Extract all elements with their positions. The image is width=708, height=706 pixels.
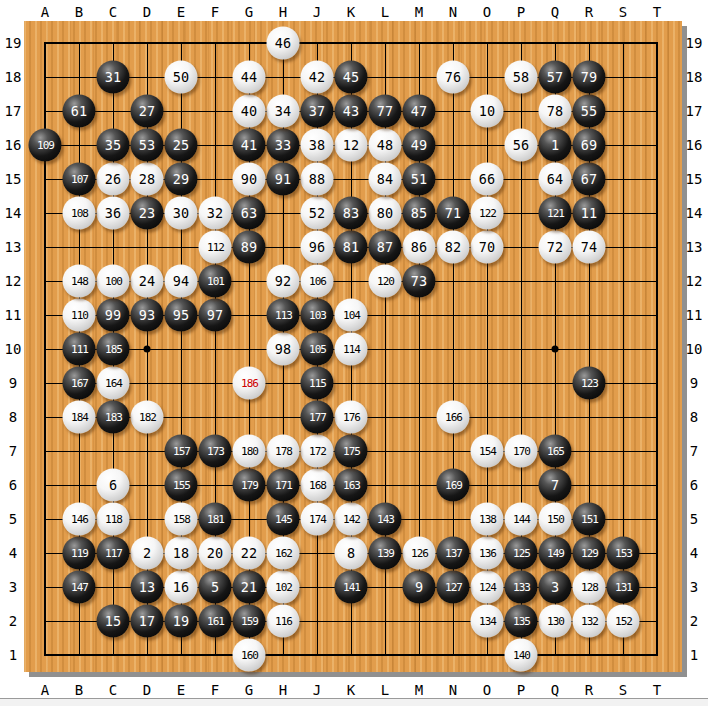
stone-move-number: 175 — [342, 446, 360, 457]
stone-white-104-k11[interactable]: 104 — [335, 299, 368, 332]
stone-black-83-k14[interactable]: 83 — [335, 197, 368, 230]
stone-move-number: 35 — [105, 138, 121, 152]
stone-black-145-h5[interactable]: 145 — [267, 503, 300, 536]
stone-white-64-q15[interactable]: 64 — [539, 163, 572, 196]
stone-white-12-k16[interactable]: 12 — [335, 129, 368, 162]
stone-black-167-b9[interactable]: 167 — [63, 367, 96, 400]
stone-white-144-p5[interactable]: 144 — [505, 503, 538, 536]
stone-white-26-c15[interactable]: 26 — [97, 163, 130, 196]
stone-black-137-n4[interactable]: 137 — [437, 537, 470, 570]
stone-white-80-l14[interactable]: 80 — [369, 197, 402, 230]
stone-move-number: 169 — [444, 480, 462, 491]
stone-move-number: 127 — [444, 582, 462, 593]
stone-move-number: 83 — [343, 206, 359, 220]
stone-white-158-e5[interactable]: 158 — [165, 503, 198, 536]
column-label-bottom-L: L — [381, 682, 389, 698]
stone-white-20-f4[interactable]: 20 — [199, 537, 232, 570]
stone-black-33-h16[interactable]: 33 — [267, 129, 300, 162]
stone-black-19-e2[interactable]: 19 — [165, 605, 198, 638]
stone-move-number: 128 — [580, 582, 598, 593]
stone-white-16-e3[interactable]: 16 — [165, 571, 198, 604]
stone-white-114-k10[interactable]: 114 — [335, 333, 368, 366]
stone-white-28-d15[interactable]: 28 — [131, 163, 164, 196]
stone-black-165-q7[interactable]: 165 — [539, 435, 572, 468]
stone-white-186-g9[interactable]: 186 — [233, 367, 266, 400]
row-label-right-12: 12 — [686, 273, 703, 289]
stone-white-98-h10[interactable]: 98 — [267, 333, 300, 366]
stone-black-117-c4[interactable]: 117 — [97, 537, 130, 570]
stone-black-31-c18[interactable]: 31 — [97, 61, 130, 94]
stone-white-92-h12[interactable]: 92 — [267, 265, 300, 298]
stone-move-number: 132 — [580, 616, 598, 627]
stone-black-91-h15[interactable]: 91 — [267, 163, 300, 196]
stone-move-number: 147 — [70, 582, 88, 593]
stone-white-168-j6[interactable]: 168 — [301, 469, 334, 502]
row-label-left-6: 6 — [9, 477, 17, 493]
stone-move-number: 63 — [241, 206, 257, 220]
stone-move-number: 168 — [308, 480, 326, 491]
stone-move-number: 46 — [275, 36, 291, 50]
column-label-top-T: T — [653, 4, 661, 20]
stone-white-48-l16[interactable]: 48 — [369, 129, 402, 162]
stone-black-147-b3[interactable]: 147 — [63, 571, 96, 604]
stone-white-152-s2[interactable]: 152 — [607, 605, 640, 638]
stone-white-52-j14[interactable]: 52 — [301, 197, 334, 230]
stone-move-number: 47 — [411, 104, 427, 118]
stone-move-number: 48 — [377, 138, 393, 152]
stone-move-number: 20 — [207, 546, 223, 560]
stone-move-number: 67 — [581, 172, 597, 186]
column-label-bottom-K: K — [347, 682, 355, 698]
stone-move-number: 22 — [241, 546, 257, 560]
stone-black-127-n3[interactable]: 127 — [437, 571, 470, 604]
stone-black-49-m16[interactable]: 49 — [403, 129, 436, 162]
stone-move-number: 53 — [139, 138, 155, 152]
stone-white-146-b5[interactable]: 146 — [63, 503, 96, 536]
stone-move-number: 71 — [445, 206, 461, 220]
stone-black-113-h11[interactable]: 113 — [267, 299, 300, 332]
stone-white-134-o2[interactable]: 134 — [471, 605, 504, 638]
stone-black-73-m12[interactable]: 73 — [403, 265, 436, 298]
column-label-top-F: F — [211, 4, 219, 20]
stone-move-number: 49 — [411, 138, 427, 152]
stone-move-number: 130 — [546, 616, 564, 627]
stone-white-78-q17[interactable]: 78 — [539, 95, 572, 128]
column-label-top-K: K — [347, 4, 355, 20]
row-label-right-6: 6 — [690, 477, 698, 493]
stone-white-102-h3[interactable]: 102 — [267, 571, 300, 604]
stone-white-106-j12[interactable]: 106 — [301, 265, 334, 298]
stone-white-42-j18[interactable]: 42 — [301, 61, 334, 94]
stone-move-number: 119 — [70, 548, 88, 559]
stone-black-13-d3[interactable]: 13 — [131, 571, 164, 604]
stone-move-number: 136 — [478, 548, 496, 559]
stone-white-86-m13[interactable]: 86 — [403, 231, 436, 264]
stone-white-108-b14[interactable]: 108 — [63, 197, 96, 230]
stone-white-72-q13[interactable]: 72 — [539, 231, 572, 264]
stone-white-56-p16[interactable]: 56 — [505, 129, 538, 162]
stone-black-27-d17[interactable]: 27 — [131, 95, 164, 128]
row-label-right-1: 1 — [690, 647, 698, 663]
stone-white-138-o5[interactable]: 138 — [471, 503, 504, 536]
stone-white-132-r2[interactable]: 132 — [573, 605, 606, 638]
stone-black-7-q6[interactable]: 7 — [539, 469, 572, 502]
stone-move-number: 180 — [240, 446, 258, 457]
stone-white-172-j7[interactable]: 172 — [301, 435, 334, 468]
row-label-right-19: 19 — [686, 35, 703, 51]
stone-white-164-c9[interactable]: 164 — [97, 367, 130, 400]
stone-black-109-a16[interactable]: 109 — [29, 129, 62, 162]
stone-move-number: 37 — [309, 104, 325, 118]
stone-move-number: 58 — [513, 70, 529, 84]
stone-black-105-j10[interactable]: 105 — [301, 333, 334, 366]
stone-move-number: 134 — [478, 616, 496, 627]
stone-black-57-q18[interactable]: 57 — [539, 61, 572, 94]
stone-white-36-c14[interactable]: 36 — [97, 197, 130, 230]
stone-move-number: 50 — [173, 70, 189, 84]
stone-black-157-e7[interactable]: 157 — [165, 435, 198, 468]
stone-black-185-c10[interactable]: 185 — [97, 333, 130, 366]
stone-white-162-h4[interactable]: 162 — [267, 537, 300, 570]
stone-black-37-j17[interactable]: 37 — [301, 95, 334, 128]
row-label-left-3: 3 — [9, 579, 17, 595]
stone-black-71-n14[interactable]: 71 — [437, 197, 470, 230]
stone-black-107-b15[interactable]: 107 — [63, 163, 96, 196]
stone-move-number: 131 — [614, 582, 632, 593]
stone-black-45-k18[interactable]: 45 — [335, 61, 368, 94]
stone-white-116-h2[interactable]: 116 — [267, 605, 300, 638]
stone-white-22-g4[interactable]: 22 — [233, 537, 266, 570]
stone-white-50-e18[interactable]: 50 — [165, 61, 198, 94]
stone-move-number: 43 — [343, 104, 359, 118]
stone-white-180-g7[interactable]: 180 — [233, 435, 266, 468]
stone-move-number: 66 — [479, 172, 495, 186]
stone-move-number: 56 — [513, 138, 529, 152]
stone-white-32-f14[interactable]: 32 — [199, 197, 232, 230]
stone-move-number: 157 — [172, 446, 190, 457]
stone-white-74-r13[interactable]: 74 — [573, 231, 606, 264]
stone-move-number: 10 — [479, 104, 495, 118]
stone-white-124-o3[interactable]: 124 — [471, 571, 504, 604]
stone-move-number: 57 — [547, 70, 563, 84]
stone-black-85-m14[interactable]: 85 — [403, 197, 436, 230]
stone-black-101-f12[interactable]: 101 — [199, 265, 232, 298]
column-label-top-L: L — [381, 4, 389, 20]
stone-white-90-g15[interactable]: 90 — [233, 163, 266, 196]
row-label-left-10: 10 — [5, 341, 22, 357]
stone-move-number: 7 — [551, 478, 559, 492]
stone-move-number: 74 — [581, 240, 597, 254]
stone-black-5-f3[interactable]: 5 — [199, 571, 232, 604]
stone-move-number: 42 — [309, 70, 325, 84]
stone-move-number: 9 — [415, 580, 423, 594]
stone-white-38-j16[interactable]: 38 — [301, 129, 334, 162]
stone-move-number: 161 — [206, 616, 224, 627]
stone-black-47-m17[interactable]: 47 — [403, 95, 436, 128]
stone-move-number: 87 — [377, 240, 393, 254]
stone-move-number: 184 — [70, 412, 88, 423]
stone-white-66-o15[interactable]: 66 — [471, 163, 504, 196]
stone-white-84-l15[interactable]: 84 — [369, 163, 402, 196]
stone-white-10-o17[interactable]: 10 — [471, 95, 504, 128]
stone-move-number: 150 — [546, 514, 564, 525]
row-label-right-14: 14 — [686, 205, 703, 221]
stone-white-170-p7[interactable]: 170 — [505, 435, 538, 468]
stone-move-number: 36 — [105, 206, 121, 220]
stone-move-number: 84 — [377, 172, 393, 186]
row-label-left-11: 11 — [5, 307, 22, 323]
stone-move-number: 162 — [274, 548, 292, 559]
stone-black-3-q3[interactable]: 3 — [539, 571, 572, 604]
stone-white-154-o7[interactable]: 154 — [471, 435, 504, 468]
stone-move-number: 174 — [308, 514, 326, 525]
stone-move-number: 70 — [479, 240, 495, 254]
stone-move-number: 25 — [173, 138, 189, 152]
stone-move-number: 18 — [173, 546, 189, 560]
stone-black-159-g2[interactable]: 159 — [233, 605, 266, 638]
stone-black-69-r16[interactable]: 69 — [573, 129, 606, 162]
stone-black-25-e16[interactable]: 25 — [165, 129, 198, 162]
stone-white-76-n18[interactable]: 76 — [437, 61, 470, 94]
row-label-right-2: 2 — [690, 613, 698, 629]
stone-white-160-g1[interactable]: 160 — [233, 639, 266, 672]
row-label-left-12: 12 — [5, 273, 22, 289]
stone-white-126-m4[interactable]: 126 — [403, 537, 436, 570]
column-label-top-O: O — [483, 4, 491, 20]
stone-black-141-k3[interactable]: 141 — [335, 571, 368, 604]
stone-black-125-p4[interactable]: 125 — [505, 537, 538, 570]
stone-white-34-h17[interactable]: 34 — [267, 95, 300, 128]
stone-move-number: 102 — [274, 582, 292, 593]
stone-black-175-k7[interactable]: 175 — [335, 435, 368, 468]
stone-black-153-s4[interactable]: 153 — [607, 537, 640, 570]
stone-black-119-b4[interactable]: 119 — [63, 537, 96, 570]
stone-white-140-p1[interactable]: 140 — [505, 639, 538, 672]
stone-white-8-k4[interactable]: 8 — [335, 537, 368, 570]
stone-move-number: 186 — [240, 378, 258, 389]
stone-black-121-q14[interactable]: 121 — [539, 197, 572, 230]
stone-white-176-k8[interactable]: 176 — [335, 401, 368, 434]
stone-black-115-j9[interactable]: 115 — [301, 367, 334, 400]
stone-black-155-e6[interactable]: 155 — [165, 469, 198, 502]
stone-move-number: 86 — [411, 240, 427, 254]
stone-black-173-f7[interactable]: 173 — [199, 435, 232, 468]
stone-white-88-j15[interactable]: 88 — [301, 163, 334, 196]
stone-move-number: 183 — [104, 412, 122, 423]
row-label-right-13: 13 — [686, 239, 703, 255]
row-label-right-9: 9 — [690, 375, 698, 391]
stone-move-number: 121 — [546, 208, 564, 219]
stone-white-46-h19[interactable]: 46 — [267, 27, 300, 60]
stone-move-number: 139 — [376, 548, 394, 559]
stone-move-number: 123 — [580, 378, 598, 389]
stone-white-112-f13[interactable]: 112 — [199, 231, 232, 264]
stone-black-35-c16[interactable]: 35 — [97, 129, 130, 162]
row-label-left-9: 9 — [9, 375, 17, 391]
stone-black-133-p3[interactable]: 133 — [505, 571, 538, 604]
stone-black-111-b10[interactable]: 111 — [63, 333, 96, 366]
stone-black-81-k13[interactable]: 81 — [335, 231, 368, 264]
stone-white-100-c12[interactable]: 100 — [97, 265, 130, 298]
stone-move-number: 12 — [343, 138, 359, 152]
stone-move-number: 129 — [580, 548, 598, 559]
stone-move-number: 185 — [104, 344, 122, 355]
stone-move-number: 182 — [138, 412, 156, 423]
stone-move-number: 32 — [207, 206, 223, 220]
column-label-bottom-O: O — [483, 682, 491, 698]
stone-white-166-n8[interactable]: 166 — [437, 401, 470, 434]
stone-move-number: 107 — [70, 174, 88, 185]
column-label-bottom-D: D — [143, 682, 151, 698]
stone-move-number: 105 — [308, 344, 326, 355]
stone-white-178-h7[interactable]: 178 — [267, 435, 300, 468]
column-label-top-P: P — [517, 4, 525, 20]
column-label-bottom-G: G — [245, 682, 253, 698]
stone-white-96-j13[interactable]: 96 — [301, 231, 334, 264]
stone-black-17-d2[interactable]: 17 — [131, 605, 164, 638]
stone-black-135-p2[interactable]: 135 — [505, 605, 538, 638]
stone-black-123-r9[interactable]: 123 — [573, 367, 606, 400]
row-label-right-3: 3 — [690, 579, 698, 595]
stone-move-number: 126 — [410, 548, 428, 559]
stone-black-55-r17[interactable]: 55 — [573, 95, 606, 128]
stone-white-148-b12[interactable]: 148 — [63, 265, 96, 298]
stone-white-122-o14[interactable]: 122 — [471, 197, 504, 230]
stone-move-number: 1 — [551, 138, 559, 152]
stone-black-93-d11[interactable]: 93 — [131, 299, 164, 332]
row-label-left-8: 8 — [9, 409, 17, 425]
stone-move-number: 38 — [309, 138, 325, 152]
stone-white-30-e14[interactable]: 30 — [165, 197, 198, 230]
stone-white-82-n13[interactable]: 82 — [437, 231, 470, 264]
stone-black-23-d14[interactable]: 23 — [131, 197, 164, 230]
stone-black-183-c8[interactable]: 183 — [97, 401, 130, 434]
stone-move-number: 45 — [343, 70, 359, 84]
stone-black-179-g6[interactable]: 179 — [233, 469, 266, 502]
stone-black-177-j8[interactable]: 177 — [301, 401, 334, 434]
row-label-left-16: 16 — [5, 137, 22, 153]
stone-white-182-d8[interactable]: 182 — [131, 401, 164, 434]
stone-move-number: 69 — [581, 138, 597, 152]
stone-move-number: 113 — [274, 310, 292, 321]
stone-white-70-o13[interactable]: 70 — [471, 231, 504, 264]
stone-move-number: 91 — [275, 172, 291, 186]
stone-black-77-l17[interactable]: 77 — [369, 95, 402, 128]
stone-move-number: 122 — [478, 208, 496, 219]
stone-white-130-q2[interactable]: 130 — [539, 605, 572, 638]
stone-move-number: 17 — [139, 614, 155, 628]
stone-white-118-c5[interactable]: 118 — [97, 503, 130, 536]
stone-black-79-r18[interactable]: 79 — [573, 61, 606, 94]
column-label-top-H: H — [279, 4, 287, 20]
column-label-top-D: D — [143, 4, 151, 20]
stone-black-51-m15[interactable]: 51 — [403, 163, 436, 196]
stone-white-58-p18[interactable]: 58 — [505, 61, 538, 94]
stone-move-number: 94 — [173, 274, 189, 288]
stone-move-number: 159 — [240, 616, 258, 627]
stone-black-89-g13[interactable]: 89 — [233, 231, 266, 264]
stone-black-9-m3[interactable]: 9 — [403, 571, 436, 604]
stone-white-94-e12[interactable]: 94 — [165, 265, 198, 298]
stone-white-128-r3[interactable]: 128 — [573, 571, 606, 604]
stone-white-142-k5[interactable]: 142 — [335, 503, 368, 536]
row-label-left-1: 1 — [9, 647, 17, 663]
stone-black-103-j11[interactable]: 103 — [301, 299, 334, 332]
stone-black-61-b17[interactable]: 61 — [63, 95, 96, 128]
stone-white-18-e4[interactable]: 18 — [165, 537, 198, 570]
stone-black-143-l5[interactable]: 143 — [369, 503, 402, 536]
stone-black-87-l13[interactable]: 87 — [369, 231, 402, 264]
stone-move-number: 153 — [614, 548, 632, 559]
stone-black-1-q16[interactable]: 1 — [539, 129, 572, 162]
stone-black-67-r15[interactable]: 67 — [573, 163, 606, 196]
stone-move-number: 148 — [70, 276, 88, 287]
stone-black-161-f2[interactable]: 161 — [199, 605, 232, 638]
stone-black-63-g14[interactable]: 63 — [233, 197, 266, 230]
stone-black-41-g16[interactable]: 41 — [233, 129, 266, 162]
stone-move-number: 110 — [70, 310, 88, 321]
column-label-bottom-B: B — [75, 682, 83, 698]
stone-black-97-f11[interactable]: 97 — [199, 299, 232, 332]
stone-black-151-r5[interactable]: 151 — [573, 503, 606, 536]
stone-black-171-h6[interactable]: 171 — [267, 469, 300, 502]
stone-black-99-c11[interactable]: 99 — [97, 299, 130, 332]
stone-white-44-g18[interactable]: 44 — [233, 61, 266, 94]
stone-black-169-n6[interactable]: 169 — [437, 469, 470, 502]
stone-white-110-b11[interactable]: 110 — [63, 299, 96, 332]
row-label-right-10: 10 — [686, 341, 703, 357]
stone-white-136-o4[interactable]: 136 — [471, 537, 504, 570]
stone-black-163-k6[interactable]: 163 — [335, 469, 368, 502]
stone-black-21-g3[interactable]: 21 — [233, 571, 266, 604]
stone-black-181-f5[interactable]: 181 — [199, 503, 232, 536]
stone-white-120-l12[interactable]: 120 — [369, 265, 402, 298]
star-point-d10 — [144, 346, 151, 353]
stone-move-number: 82 — [445, 240, 461, 254]
stone-black-149-q4[interactable]: 149 — [539, 537, 572, 570]
stone-white-150-q5[interactable]: 150 — [539, 503, 572, 536]
stone-black-139-l4[interactable]: 139 — [369, 537, 402, 570]
stone-black-131-s3[interactable]: 131 — [607, 571, 640, 604]
stone-black-129-r4[interactable]: 129 — [573, 537, 606, 570]
row-label-left-19: 19 — [5, 35, 22, 51]
stone-move-number: 106 — [308, 276, 326, 287]
stone-move-number: 155 — [172, 480, 190, 491]
stone-white-184-b8[interactable]: 184 — [63, 401, 96, 434]
stone-move-number: 8 — [347, 546, 355, 560]
stone-black-95-e11[interactable]: 95 — [165, 299, 198, 332]
stone-move-number: 28 — [139, 172, 155, 186]
row-label-right-18: 18 — [686, 69, 703, 85]
stone-white-40-g17[interactable]: 40 — [233, 95, 266, 128]
stone-black-15-c2[interactable]: 15 — [97, 605, 130, 638]
stone-move-number: 166 — [444, 412, 462, 423]
stone-white-2-d4[interactable]: 2 — [131, 537, 164, 570]
stone-black-11-r14[interactable]: 11 — [573, 197, 606, 230]
stone-move-number: 142 — [342, 514, 360, 525]
stone-black-43-k17[interactable]: 43 — [335, 95, 368, 128]
stone-white-24-d12[interactable]: 24 — [131, 265, 164, 298]
stone-black-29-e15[interactable]: 29 — [165, 163, 198, 196]
stone-move-number: 152 — [614, 616, 632, 627]
stone-white-6-c6[interactable]: 6 — [97, 469, 130, 502]
stone-move-number: 140 — [512, 650, 530, 661]
stone-white-174-j5[interactable]: 174 — [301, 503, 334, 536]
stone-black-53-d16[interactable]: 53 — [131, 129, 164, 162]
stone-move-number: 103 — [308, 310, 326, 321]
row-label-right-8: 8 — [690, 409, 698, 425]
stone-move-number: 92 — [275, 274, 291, 288]
